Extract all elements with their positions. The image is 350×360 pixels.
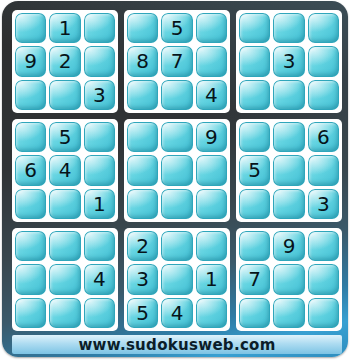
sudoku-board: 1923587435641965342315497: [12, 10, 342, 331]
cell-r9c6[interactable]: [196, 298, 227, 328]
cell-r3c5[interactable]: [161, 80, 192, 110]
cell-r8c6[interactable]: 1: [196, 264, 227, 294]
cell-r5c8[interactable]: [273, 155, 304, 185]
cell-r5c5[interactable]: [161, 155, 192, 185]
cell-r6c4[interactable]: [127, 189, 158, 219]
cell-r7c3[interactable]: [84, 231, 115, 261]
cell-r3c1[interactable]: [15, 80, 46, 110]
cell-r3c9[interactable]: [308, 80, 339, 110]
cell-r9c5[interactable]: 4: [161, 298, 192, 328]
cell-r4c1[interactable]: [15, 122, 46, 152]
cell-r1c9[interactable]: [308, 13, 339, 43]
cell-r9c7[interactable]: [239, 298, 270, 328]
cell-r7c2[interactable]: [49, 231, 80, 261]
cell-r8c3[interactable]: 4: [84, 264, 115, 294]
site-url-link[interactable]: www.sudokusweb.com: [78, 336, 275, 354]
cell-r1c7[interactable]: [239, 13, 270, 43]
cell-r6c2[interactable]: [49, 189, 80, 219]
cell-r6c9[interactable]: 3: [308, 189, 339, 219]
sudoku-box-0-1: 5874: [124, 10, 230, 113]
cell-r4c2[interactable]: 5: [49, 122, 80, 152]
cell-r4c9[interactable]: 6: [308, 122, 339, 152]
cell-r3c8[interactable]: [273, 80, 304, 110]
cell-r1c5[interactable]: 5: [161, 13, 192, 43]
cell-r8c1[interactable]: [15, 264, 46, 294]
cell-r3c4[interactable]: [127, 80, 158, 110]
cell-r5c7[interactable]: 5: [239, 155, 270, 185]
cell-r3c7[interactable]: [239, 80, 270, 110]
cell-r9c3[interactable]: [84, 298, 115, 328]
cell-r3c3[interactable]: 3: [84, 80, 115, 110]
cell-r9c8[interactable]: [273, 298, 304, 328]
cell-r5c3[interactable]: [84, 155, 115, 185]
cell-r1c8[interactable]: [273, 13, 304, 43]
sudoku-box-2-0: 4: [12, 228, 118, 331]
cell-r8c2[interactable]: [49, 264, 80, 294]
sudoku-box-1-2: 653: [236, 119, 342, 222]
cell-r5c2[interactable]: 4: [49, 155, 80, 185]
footer: www.sudokusweb.com: [12, 335, 342, 354]
cell-r4c4[interactable]: [127, 122, 158, 152]
cell-r6c1[interactable]: [15, 189, 46, 219]
cell-r5c6[interactable]: [196, 155, 227, 185]
cell-r2c5[interactable]: 7: [161, 46, 192, 76]
cell-r6c3[interactable]: 1: [84, 189, 115, 219]
cell-r4c6[interactable]: 9: [196, 122, 227, 152]
cell-r2c4[interactable]: 8: [127, 46, 158, 76]
cell-r2c8[interactable]: 3: [273, 46, 304, 76]
cell-r4c5[interactable]: [161, 122, 192, 152]
sudoku-box-0-0: 1923: [12, 10, 118, 113]
cell-r9c9[interactable]: [308, 298, 339, 328]
sudoku-box-1-0: 5641: [12, 119, 118, 222]
cell-r4c7[interactable]: [239, 122, 270, 152]
cell-r4c8[interactable]: [273, 122, 304, 152]
cell-r6c7[interactable]: [239, 189, 270, 219]
cell-r3c6[interactable]: 4: [196, 80, 227, 110]
sudoku-box-0-2: 3: [236, 10, 342, 113]
sudoku-page: 1923587435641965342315497 www.sudokusweb…: [0, 0, 350, 360]
cell-r1c4[interactable]: [127, 13, 158, 43]
cell-r8c7[interactable]: 7: [239, 264, 270, 294]
cell-r7c1[interactable]: [15, 231, 46, 261]
cell-r1c3[interactable]: [84, 13, 115, 43]
cell-r6c8[interactable]: [273, 189, 304, 219]
cell-r2c2[interactable]: 2: [49, 46, 80, 76]
cell-r7c7[interactable]: [239, 231, 270, 261]
cell-r7c9[interactable]: [308, 231, 339, 261]
cell-r1c1[interactable]: [15, 13, 46, 43]
sudoku-box-2-2: 97: [236, 228, 342, 331]
cell-r3c2[interactable]: [49, 80, 80, 110]
cell-r9c4[interactable]: 5: [127, 298, 158, 328]
cell-r8c9[interactable]: [308, 264, 339, 294]
board-frame: 1923587435641965342315497 www.sudokusweb…: [2, 1, 348, 357]
cell-r2c6[interactable]: [196, 46, 227, 76]
cell-r8c8[interactable]: [273, 264, 304, 294]
sudoku-box-2-1: 23154: [124, 228, 230, 331]
cell-r2c3[interactable]: [84, 46, 115, 76]
cell-r6c5[interactable]: [161, 189, 192, 219]
cell-r8c5[interactable]: [161, 264, 192, 294]
cell-r5c9[interactable]: [308, 155, 339, 185]
cell-r1c6[interactable]: [196, 13, 227, 43]
cell-r7c6[interactable]: [196, 231, 227, 261]
cell-r2c7[interactable]: [239, 46, 270, 76]
cell-r7c5[interactable]: [161, 231, 192, 261]
cell-r4c3[interactable]: [84, 122, 115, 152]
cell-r9c2[interactable]: [49, 298, 80, 328]
cell-r8c4[interactable]: 3: [127, 264, 158, 294]
sudoku-box-1-1: 9: [124, 119, 230, 222]
cell-r9c1[interactable]: [15, 298, 46, 328]
cell-r7c8[interactable]: 9: [273, 231, 304, 261]
cell-r5c4[interactable]: [127, 155, 158, 185]
cell-r2c1[interactable]: 9: [15, 46, 46, 76]
cell-r1c2[interactable]: 1: [49, 13, 80, 43]
cell-r7c4[interactable]: 2: [127, 231, 158, 261]
cell-r6c6[interactable]: [196, 189, 227, 219]
cell-r2c9[interactable]: [308, 46, 339, 76]
cell-r5c1[interactable]: 6: [15, 155, 46, 185]
